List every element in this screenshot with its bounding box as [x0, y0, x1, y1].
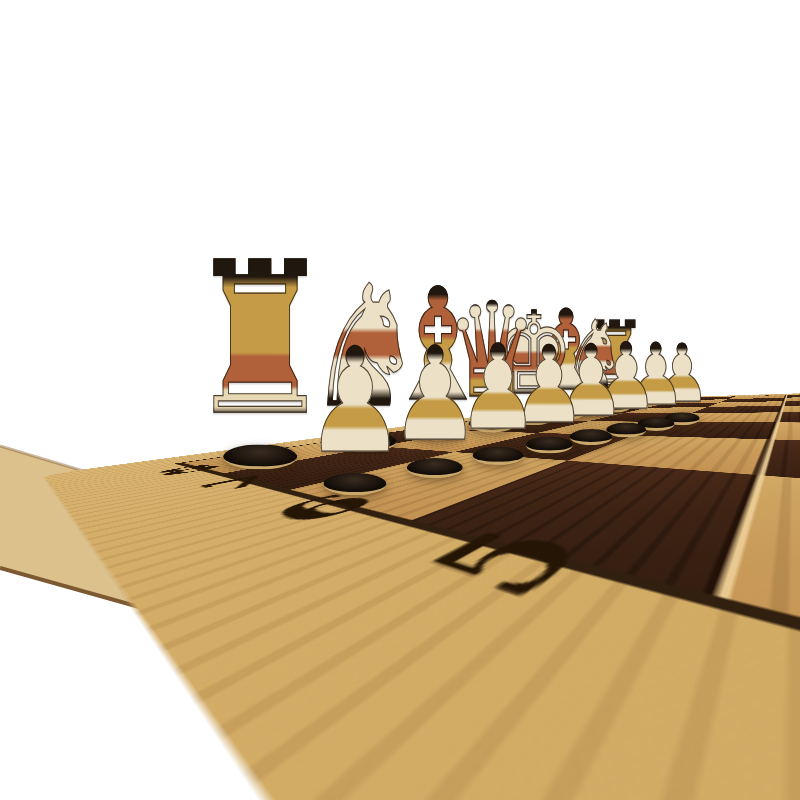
pawn-glyph: ♟: [304, 329, 405, 474]
product-photo-stage: 87654321hgfedcba ♜♞♝♛♚♝♞♜♟♟♟♟♟♟♟♟: [0, 0, 800, 800]
pieces-layer: ♜♞♝♛♚♝♞♜♟♟♟♟♟♟♟♟: [0, 0, 800, 800]
